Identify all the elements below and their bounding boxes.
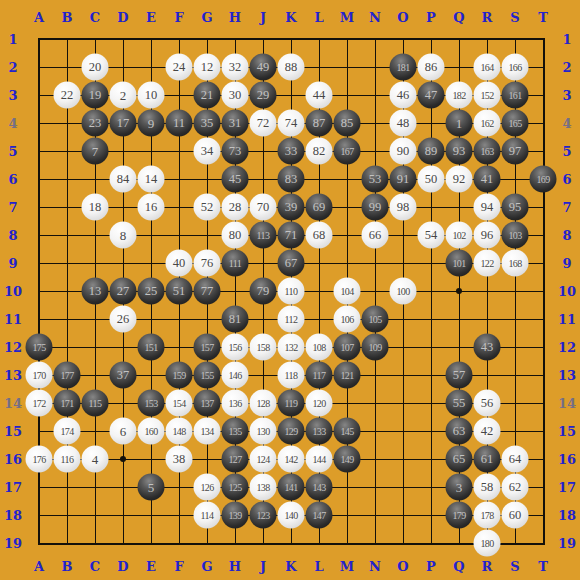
row-label-13: 13 — [558, 369, 576, 382]
stone-H11-black[interactable]: 81 — [222, 306, 249, 333]
stone-R8-white[interactable]: 96 — [474, 222, 501, 249]
stone-R2-white[interactable]: 164 — [474, 54, 501, 81]
stone-K2-white[interactable]: 88 — [278, 54, 305, 81]
stone-C3-black[interactable]: 19 — [82, 82, 109, 109]
stone-R5-black[interactable]: 163 — [474, 138, 501, 165]
move-number: 176 — [32, 454, 45, 464]
stone-D6-white[interactable]: 84 — [110, 166, 137, 193]
move-number: 143 — [312, 482, 325, 492]
stone-J12-white[interactable]: 158 — [250, 334, 277, 361]
stone-A14-white[interactable]: 172 — [26, 390, 53, 417]
move-number: 89 — [425, 145, 438, 158]
move-number: 123 — [256, 510, 269, 520]
move-number: 83 — [285, 173, 298, 186]
stone-D11-white[interactable]: 26 — [110, 306, 137, 333]
stone-K7-black[interactable]: 39 — [278, 194, 305, 221]
column-label-A: A — [34, 11, 44, 24]
stone-O5-white[interactable]: 90 — [390, 138, 417, 165]
move-number: 105 — [368, 314, 381, 324]
move-number: 72 — [257, 117, 270, 130]
move-number: 156 — [228, 342, 241, 352]
stone-R19-white[interactable]: 180 — [474, 530, 501, 557]
move-number: 57 — [453, 369, 466, 382]
move-number: 41 — [481, 173, 494, 186]
column-label-Q: Q — [453, 560, 464, 573]
move-number: 80 — [229, 229, 242, 242]
move-number: 108 — [312, 342, 325, 352]
grid-line-vertical — [431, 39, 432, 544]
stone-K11-white[interactable]: 112 — [278, 306, 305, 333]
stone-L17-black[interactable]: 143 — [306, 474, 333, 501]
column-label-N: N — [369, 560, 381, 573]
column-label-T: T — [538, 11, 548, 24]
move-number: 180 — [480, 538, 493, 548]
stone-N11-black[interactable]: 105 — [362, 306, 389, 333]
move-number: 181 — [396, 62, 409, 72]
stone-S18-white[interactable]: 60 — [502, 502, 529, 529]
move-number: 172 — [32, 398, 45, 408]
stone-O3-white[interactable]: 46 — [390, 82, 417, 109]
stone-F2-white[interactable]: 24 — [166, 54, 193, 81]
stone-M11-white[interactable]: 106 — [334, 306, 361, 333]
stone-J17-white[interactable]: 138 — [250, 474, 277, 501]
column-label-K: K — [285, 11, 296, 24]
move-number: 168 — [508, 258, 521, 268]
stone-D4-black[interactable]: 17 — [110, 110, 137, 137]
move-number: 16 — [145, 201, 158, 214]
move-number: 142 — [284, 454, 297, 464]
stone-S4-black[interactable]: 165 — [502, 110, 529, 137]
move-number: 11 — [173, 117, 185, 130]
stone-K10-white[interactable]: 110 — [278, 278, 305, 305]
move-number: 171 — [60, 398, 73, 408]
row-label-4: 4 — [562, 117, 571, 130]
stone-H4-black[interactable]: 31 — [222, 110, 249, 137]
column-label-S: S — [510, 560, 519, 573]
stone-F13-black[interactable]: 159 — [166, 362, 193, 389]
stone-H16-black[interactable]: 127 — [222, 446, 249, 473]
move-number: 97 — [509, 145, 522, 158]
stone-M15-black[interactable]: 145 — [334, 418, 361, 445]
move-number: 122 — [480, 258, 493, 268]
column-label-O: O — [397, 560, 408, 573]
move-number: 51 — [173, 285, 186, 298]
move-number: 9 — [148, 117, 155, 130]
stone-Q18-black[interactable]: 179 — [446, 502, 473, 529]
stone-B16-white[interactable]: 116 — [54, 446, 81, 473]
move-number: 119 — [285, 398, 298, 408]
stone-Q15-black[interactable]: 63 — [446, 418, 473, 445]
stone-K15-black[interactable]: 129 — [278, 418, 305, 445]
stone-P3-black[interactable]: 47 — [418, 82, 445, 109]
stone-M4-black[interactable]: 85 — [334, 110, 361, 137]
move-number: 6 — [120, 425, 127, 438]
stone-H2-white[interactable]: 32 — [222, 54, 249, 81]
stone-H13-white[interactable]: 146 — [222, 362, 249, 389]
stone-P8-white[interactable]: 54 — [418, 222, 445, 249]
stone-R14-white[interactable]: 56 — [474, 390, 501, 417]
column-label-M: M — [340, 560, 354, 573]
stone-K14-black[interactable]: 119 — [278, 390, 305, 417]
column-label-G: G — [201, 11, 212, 24]
move-number: 100 — [396, 286, 409, 296]
move-number: 135 — [228, 426, 241, 436]
move-number: 66 — [369, 229, 382, 242]
column-label-M: M — [340, 11, 354, 24]
column-label-J: J — [260, 11, 266, 24]
stone-Q4-black[interactable]: 1 — [446, 110, 473, 137]
stone-O4-white[interactable]: 48 — [390, 110, 417, 137]
move-number: 17 — [117, 117, 130, 130]
stone-E7-white[interactable]: 16 — [138, 194, 165, 221]
move-number: 7 — [92, 145, 99, 158]
move-number: 12 — [201, 61, 214, 74]
row-label-14: 14 — [4, 397, 22, 410]
move-number: 126 — [200, 482, 213, 492]
stone-Q6-white[interactable]: 92 — [446, 166, 473, 193]
move-number: 43 — [481, 341, 494, 354]
move-number: 125 — [228, 482, 241, 492]
stone-R18-white[interactable]: 178 — [474, 502, 501, 529]
stone-D3-white[interactable]: 2 — [110, 82, 137, 109]
move-number: 113 — [257, 230, 270, 240]
stone-A12-black[interactable]: 175 — [26, 334, 53, 361]
stone-G15-white[interactable]: 134 — [194, 418, 221, 445]
stone-D15-white[interactable]: 6 — [110, 418, 137, 445]
move-number: 71 — [285, 229, 298, 242]
move-number: 106 — [340, 314, 353, 324]
move-number: 79 — [257, 285, 270, 298]
stone-N7-black[interactable]: 99 — [362, 194, 389, 221]
stone-B3-white[interactable]: 22 — [54, 82, 81, 109]
stone-K18-white[interactable]: 140 — [278, 502, 305, 529]
stone-G4-black[interactable]: 35 — [194, 110, 221, 137]
stone-L8-white[interactable]: 68 — [306, 222, 333, 249]
grid-line-vertical — [543, 39, 544, 544]
move-number: 159 — [172, 370, 185, 380]
go-board[interactable]: AABBCCDDEEFFGGHHJJKKLLMMNNOOPPQQRRSSTT11… — [0, 0, 580, 580]
stone-C7-white[interactable]: 18 — [82, 194, 109, 221]
stone-F14-white[interactable]: 154 — [166, 390, 193, 417]
stone-H3-white[interactable]: 30 — [222, 82, 249, 109]
column-label-K: K — [285, 560, 296, 573]
stone-S8-black[interactable]: 103 — [502, 222, 529, 249]
stone-R4-white[interactable]: 162 — [474, 110, 501, 137]
column-label-E: E — [146, 560, 156, 573]
stone-S16-white[interactable]: 64 — [502, 446, 529, 473]
row-label-11: 11 — [558, 313, 576, 326]
column-label-H: H — [229, 11, 241, 24]
stone-Q16-black[interactable]: 65 — [446, 446, 473, 473]
stone-K9-black[interactable]: 67 — [278, 250, 305, 277]
stone-P5-black[interactable]: 89 — [418, 138, 445, 165]
stone-K16-white[interactable]: 142 — [278, 446, 305, 473]
stone-O2-black[interactable]: 181 — [390, 54, 417, 81]
stone-H17-black[interactable]: 125 — [222, 474, 249, 501]
stone-B13-black[interactable]: 177 — [54, 362, 81, 389]
stone-R7-white[interactable]: 94 — [474, 194, 501, 221]
column-label-B: B — [62, 560, 73, 573]
stone-H18-black[interactable]: 139 — [222, 502, 249, 529]
row-label-3: 3 — [8, 89, 17, 102]
stone-R12-black[interactable]: 43 — [474, 334, 501, 361]
stone-E17-black[interactable]: 5 — [138, 474, 165, 501]
stone-S7-black[interactable]: 95 — [502, 194, 529, 221]
column-label-D: D — [117, 11, 128, 24]
stone-G13-black[interactable]: 155 — [194, 362, 221, 389]
stone-H8-white[interactable]: 80 — [222, 222, 249, 249]
stone-L7-black[interactable]: 69 — [306, 194, 333, 221]
stone-M5-black[interactable]: 167 — [334, 138, 361, 165]
stone-N8-white[interactable]: 66 — [362, 222, 389, 249]
stone-K5-black[interactable]: 33 — [278, 138, 305, 165]
stone-G5-white[interactable]: 34 — [194, 138, 221, 165]
column-label-L: L — [314, 560, 323, 573]
move-number: 178 — [480, 510, 493, 520]
move-number: 60 — [509, 509, 522, 522]
stone-Q3-white[interactable]: 182 — [446, 82, 473, 109]
move-number: 87 — [313, 117, 326, 130]
stone-O7-white[interactable]: 98 — [390, 194, 417, 221]
move-number: 2 — [120, 89, 127, 102]
move-number: 133 — [312, 426, 325, 436]
stone-B14-black[interactable]: 171 — [54, 390, 81, 417]
stone-L15-black[interactable]: 133 — [306, 418, 333, 445]
move-number: 128 — [256, 398, 269, 408]
stone-C14-black[interactable]: 115 — [82, 390, 109, 417]
move-number: 74 — [285, 117, 298, 130]
row-label-2: 2 — [8, 61, 17, 74]
stone-K13-white[interactable]: 118 — [278, 362, 305, 389]
move-number: 109 — [368, 342, 381, 352]
stone-P2-white[interactable]: 86 — [418, 54, 445, 81]
stone-J4-white[interactable]: 72 — [250, 110, 277, 137]
stone-N12-black[interactable]: 109 — [362, 334, 389, 361]
stone-M10-white[interactable]: 104 — [334, 278, 361, 305]
move-number: 112 — [285, 314, 298, 324]
stone-C2-white[interactable]: 20 — [82, 54, 109, 81]
move-number: 69 — [313, 201, 326, 214]
stone-K12-white[interactable]: 132 — [278, 334, 305, 361]
stone-S17-white[interactable]: 62 — [502, 474, 529, 501]
stone-F15-white[interactable]: 148 — [166, 418, 193, 445]
stone-F9-white[interactable]: 40 — [166, 250, 193, 277]
stone-L16-white[interactable]: 144 — [306, 446, 333, 473]
stone-S2-white[interactable]: 166 — [502, 54, 529, 81]
row-label-9: 9 — [8, 257, 17, 270]
move-number: 82 — [313, 145, 326, 158]
move-number: 34 — [201, 145, 214, 158]
stone-T6-black[interactable]: 169 — [530, 166, 557, 193]
column-label-J: J — [260, 560, 266, 573]
row-label-19: 19 — [4, 537, 22, 550]
stone-J18-black[interactable]: 123 — [250, 502, 277, 529]
stone-Q5-black[interactable]: 93 — [446, 138, 473, 165]
stone-A16-white[interactable]: 176 — [26, 446, 53, 473]
move-number: 99 — [369, 201, 382, 214]
stone-C5-black[interactable]: 7 — [82, 138, 109, 165]
move-number: 145 — [340, 426, 353, 436]
stone-Q8-white[interactable]: 102 — [446, 222, 473, 249]
stone-G18-white[interactable]: 114 — [194, 502, 221, 529]
stone-B15-white[interactable]: 174 — [54, 418, 81, 445]
stone-F10-black[interactable]: 51 — [166, 278, 193, 305]
stone-E3-white[interactable]: 10 — [138, 82, 165, 109]
stone-S5-black[interactable]: 97 — [502, 138, 529, 165]
move-number: 118 — [285, 370, 298, 380]
move-number: 152 — [480, 90, 493, 100]
stone-J7-white[interactable]: 70 — [250, 194, 277, 221]
stone-F4-black[interactable]: 11 — [166, 110, 193, 137]
move-number: 132 — [284, 342, 297, 352]
stone-E14-black[interactable]: 153 — [138, 390, 165, 417]
column-label-H: H — [229, 560, 241, 573]
stone-A13-white[interactable]: 170 — [26, 362, 53, 389]
stone-J3-black[interactable]: 29 — [250, 82, 277, 109]
row-label-6: 6 — [8, 173, 17, 186]
stone-L12-white[interactable]: 108 — [306, 334, 333, 361]
move-number: 129 — [284, 426, 297, 436]
stone-L13-black[interactable]: 117 — [306, 362, 333, 389]
move-number: 44 — [313, 89, 326, 102]
move-number: 85 — [341, 117, 354, 130]
stone-G12-black[interactable]: 157 — [194, 334, 221, 361]
stone-J8-black[interactable]: 113 — [250, 222, 277, 249]
move-number: 28 — [229, 201, 242, 214]
stone-H6-black[interactable]: 45 — [222, 166, 249, 193]
column-label-R: R — [482, 560, 493, 573]
column-label-D: D — [117, 560, 128, 573]
stone-O6-black[interactable]: 91 — [390, 166, 417, 193]
stone-C10-black[interactable]: 13 — [82, 278, 109, 305]
stone-L3-white[interactable]: 44 — [306, 82, 333, 109]
stone-R16-black[interactable]: 61 — [474, 446, 501, 473]
stone-J14-white[interactable]: 128 — [250, 390, 277, 417]
row-label-6: 6 — [562, 173, 571, 186]
stone-J10-black[interactable]: 79 — [250, 278, 277, 305]
stone-J16-white[interactable]: 124 — [250, 446, 277, 473]
move-number: 169 — [536, 174, 549, 184]
stone-L4-black[interactable]: 87 — [306, 110, 333, 137]
stone-E15-white[interactable]: 160 — [138, 418, 165, 445]
stone-K17-black[interactable]: 141 — [278, 474, 305, 501]
move-number: 116 — [61, 454, 74, 464]
move-number: 166 — [508, 62, 521, 72]
stone-P6-white[interactable]: 50 — [418, 166, 445, 193]
move-number: 55 — [453, 397, 466, 410]
move-number: 23 — [89, 117, 102, 130]
move-number: 177 — [60, 370, 73, 380]
stone-R3-white[interactable]: 152 — [474, 82, 501, 109]
stone-J15-white[interactable]: 130 — [250, 418, 277, 445]
stone-G3-black[interactable]: 21 — [194, 82, 221, 109]
move-number: 93 — [453, 145, 466, 158]
move-number: 14 — [145, 173, 158, 186]
stone-R15-white[interactable]: 42 — [474, 418, 501, 445]
move-number: 29 — [257, 89, 270, 102]
move-number: 124 — [256, 454, 269, 464]
stone-M13-black[interactable]: 121 — [334, 362, 361, 389]
stone-H9-black[interactable]: 111 — [222, 250, 249, 277]
stone-N6-black[interactable]: 53 — [362, 166, 389, 193]
stone-D13-black[interactable]: 37 — [110, 362, 137, 389]
move-number: 155 — [200, 370, 213, 380]
stone-H14-white[interactable]: 136 — [222, 390, 249, 417]
row-label-12: 12 — [558, 341, 576, 354]
stone-H5-black[interactable]: 73 — [222, 138, 249, 165]
move-number: 50 — [425, 173, 438, 186]
stone-R9-white[interactable]: 122 — [474, 250, 501, 277]
stone-L18-black[interactable]: 147 — [306, 502, 333, 529]
stone-D8-white[interactable]: 8 — [110, 222, 137, 249]
stone-G10-black[interactable]: 77 — [194, 278, 221, 305]
column-label-S: S — [510, 11, 519, 24]
stone-R6-black[interactable]: 41 — [474, 166, 501, 193]
stone-K4-white[interactable]: 74 — [278, 110, 305, 137]
row-label-5: 5 — [562, 145, 571, 158]
move-number: 120 — [312, 398, 325, 408]
stone-R17-white[interactable]: 58 — [474, 474, 501, 501]
row-label-7: 7 — [8, 201, 17, 214]
stone-Q9-black[interactable]: 101 — [446, 250, 473, 277]
move-number: 182 — [452, 90, 465, 100]
stone-J2-black[interactable]: 49 — [250, 54, 277, 81]
stone-H15-black[interactable]: 135 — [222, 418, 249, 445]
stone-G2-white[interactable]: 12 — [194, 54, 221, 81]
stone-E4-black[interactable]: 9 — [138, 110, 165, 137]
stone-G9-white[interactable]: 76 — [194, 250, 221, 277]
stone-K6-black[interactable]: 83 — [278, 166, 305, 193]
stone-G17-white[interactable]: 126 — [194, 474, 221, 501]
stone-O10-white[interactable]: 100 — [390, 278, 417, 305]
stone-K8-black[interactable]: 71 — [278, 222, 305, 249]
stone-E10-black[interactable]: 25 — [138, 278, 165, 305]
move-number: 3 — [456, 481, 463, 494]
row-label-12: 12 — [4, 341, 22, 354]
stone-H7-white[interactable]: 28 — [222, 194, 249, 221]
stone-M16-black[interactable]: 149 — [334, 446, 361, 473]
stone-Q17-black[interactable]: 3 — [446, 474, 473, 501]
stone-Q14-black[interactable]: 55 — [446, 390, 473, 417]
stone-Q13-black[interactable]: 57 — [446, 362, 473, 389]
stone-G7-white[interactable]: 52 — [194, 194, 221, 221]
move-number: 101 — [452, 258, 465, 268]
move-number: 154 — [172, 398, 185, 408]
stone-E12-black[interactable]: 151 — [138, 334, 165, 361]
stone-S9-white[interactable]: 168 — [502, 250, 529, 277]
row-label-1: 1 — [562, 33, 571, 46]
column-label-O: O — [397, 11, 408, 24]
stone-H12-white[interactable]: 156 — [222, 334, 249, 361]
stone-E6-white[interactable]: 14 — [138, 166, 165, 193]
move-number: 32 — [229, 61, 242, 74]
stone-D10-black[interactable]: 27 — [110, 278, 137, 305]
stone-F16-white[interactable]: 38 — [166, 446, 193, 473]
stone-S3-black[interactable]: 161 — [502, 82, 529, 109]
stone-C4-black[interactable]: 23 — [82, 110, 109, 137]
star-point-D16 — [120, 456, 126, 462]
move-number: 37 — [117, 369, 130, 382]
stone-C16-white[interactable]: 4 — [82, 446, 109, 473]
row-label-8: 8 — [562, 229, 571, 242]
move-number: 38 — [173, 453, 186, 466]
stone-G14-black[interactable]: 137 — [194, 390, 221, 417]
stone-L14-white[interactable]: 120 — [306, 390, 333, 417]
move-number: 149 — [340, 454, 353, 464]
stone-M12-black[interactable]: 107 — [334, 334, 361, 361]
move-number: 162 — [480, 118, 493, 128]
stone-L5-white[interactable]: 82 — [306, 138, 333, 165]
